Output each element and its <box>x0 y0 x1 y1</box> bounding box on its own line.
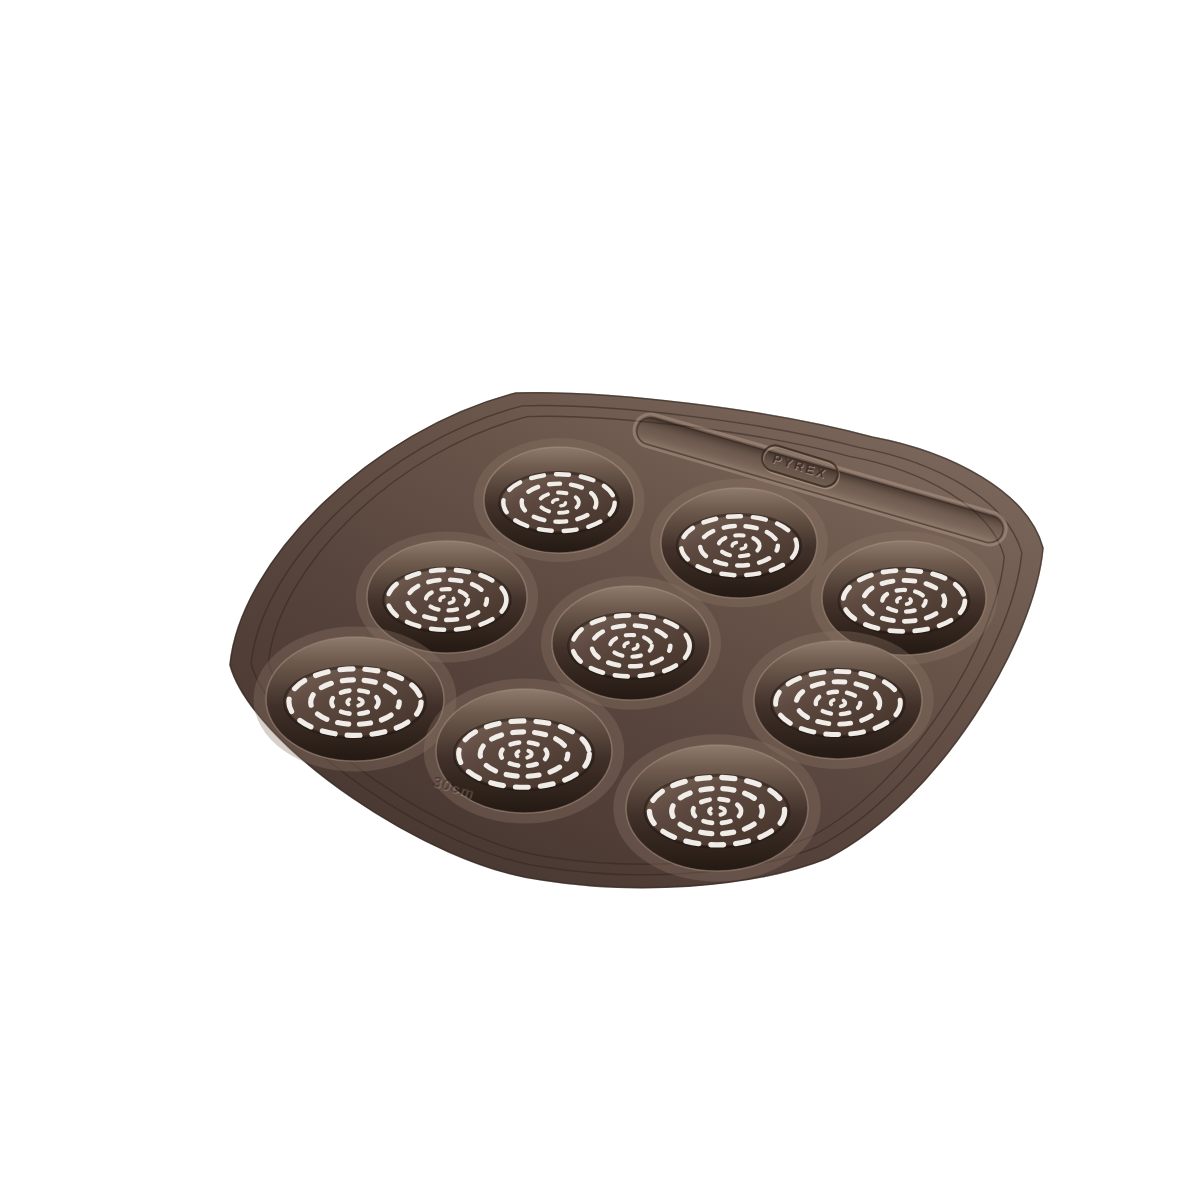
bun-tray-illustration: PYREX PYREX 30cm 30cm <box>0 0 1200 1200</box>
cup-cavity <box>424 678 625 823</box>
product-photo: PYREX PYREX 30cm 30cm <box>0 0 1200 1200</box>
cup-cavity <box>613 734 820 881</box>
